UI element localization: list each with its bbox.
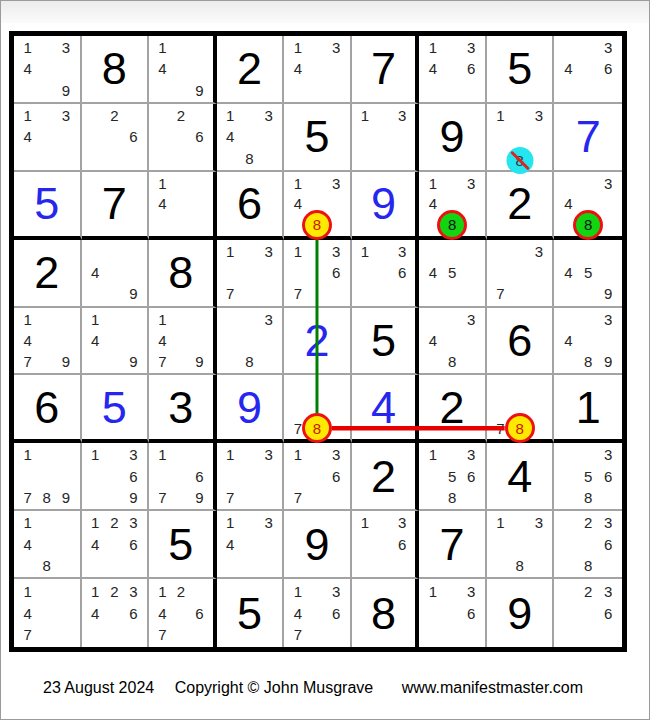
candidate-6: 6 [393,534,412,555]
pencil-marks: 12346 [86,512,144,576]
solved-digit: 4 [352,375,416,439]
candidate-6: 6 [327,602,346,624]
candidate-8-green-circle: 8 [573,210,603,240]
candidate-4: 4 [221,126,240,147]
candidate-4: 4 [18,58,37,79]
pencil-marks: 3568 [558,444,618,508]
candidate-1: 1 [86,444,105,465]
cell-r4c8[interactable]: 37 [487,240,555,308]
candidate-1: 1 [153,173,172,194]
candidate-6: 6 [190,602,209,624]
pencil-marks: 13467 [288,580,346,646]
candidate-4: 4 [423,58,442,79]
candidate-1: 1 [491,105,510,126]
cell-r6c7[interactable]: 2 [419,375,487,443]
given-digit: 8 [352,579,416,647]
cell-r1c6[interactable]: 7 [352,36,420,104]
cell-r6c5[interactable]: 78 [284,375,352,443]
candidate-7: 7 [153,351,172,372]
candidate-6: 6 [327,262,346,283]
candidate-6: 6 [124,126,143,147]
cell-r3c6[interactable]: 9 [352,172,420,240]
cell-r9c3[interactable]: 12467 [149,579,217,647]
given-digit: 6 [217,172,283,236]
cell-r3c1[interactable]: 5 [14,172,82,240]
cell-r5c8[interactable]: 6 [487,308,555,376]
given-digit: 7 [82,172,148,236]
cell-r3c5[interactable]: 1348 [284,172,352,240]
cell-r7c6[interactable]: 2 [352,443,420,511]
pencil-marks: 26 [86,105,144,169]
candidate-3: 3 [124,580,143,602]
given-digit: 2 [419,375,485,439]
candidate-3: 3 [56,37,75,58]
candidate-1: 1 [356,512,375,533]
candidate-8: 8 [240,351,259,372]
given-digit: 5 [487,36,553,102]
pencil-marks: 49 [86,241,144,305]
cell-r4c3[interactable]: 8 [149,240,217,308]
candidate-3: 3 [598,173,618,194]
candidate-3: 3 [259,309,278,330]
candidate-6: 6 [124,466,143,487]
candidate-4: 4 [153,193,172,214]
pencil-marks: 38 [221,309,279,373]
pencil-marks: 12346 [86,580,144,646]
candidate-4: 4 [18,534,37,555]
given-digit: 9 [487,579,553,647]
candidate-3: 3 [327,444,346,465]
candidate-8: 8 [240,147,259,168]
cell-r3c9[interactable]: 348 [554,172,622,240]
candidate-2: 2 [105,580,124,602]
candidate-1: 1 [221,241,240,262]
given-digit: 6 [14,375,80,439]
cell-r7c2[interactable]: 1369 [82,443,150,511]
pencil-marks: 13 [356,105,412,169]
candidate-7: 7 [153,624,172,646]
pencil-marks: 37 [491,241,549,305]
candidate-7: 7 [18,351,37,372]
cell-r5c7[interactable]: 348 [419,308,487,376]
pencil-marks: 149 [86,309,144,373]
candidate-2: 2 [105,512,124,533]
cell-r3c2[interactable]: 7 [82,172,150,240]
cell-r2c1[interactable]: 134 [14,104,82,172]
candidate-7: 7 [288,624,307,646]
candidate-4: 4 [86,262,105,283]
cell-r1c1[interactable]: 1349 [14,36,82,104]
cell-r8c5[interactable]: 9 [284,511,352,579]
candidate-5: 5 [443,466,462,487]
candidate-8: 8 [578,555,598,576]
candidate-3: 3 [393,512,412,533]
candidate-1: 1 [153,309,172,330]
candidate-1: 1 [288,37,307,58]
cell-r5c3[interactable]: 1479 [149,308,217,376]
pencil-marks: 26 [153,105,209,169]
candidate-3: 3 [598,580,618,602]
pencil-marks: 348 [423,309,481,373]
solved-digit: 9 [217,375,283,439]
cell-r5c9[interactable]: 3489 [554,308,622,376]
candidate-6: 6 [598,602,618,624]
candidate-9: 9 [56,351,75,372]
candidate-3: 3 [462,37,481,58]
cell-r6c8[interactable]: 78 [487,375,555,443]
sudoku-board: 1349814921347134653461342626134851391387… [9,31,627,652]
pencil-marks: 134 [288,37,346,101]
candidate-8: 8 [37,555,56,576]
cell-r9c8[interactable]: 9 [487,579,555,647]
given-digit: 5 [352,308,416,374]
candidate-8-yellow-circle: 8 [302,413,332,443]
candidate-9: 9 [56,487,75,508]
cell-r7c4[interactable]: 137 [217,443,285,511]
cell-r2c7[interactable]: 9 [419,104,487,172]
candidate-2: 2 [172,105,191,126]
candidate-6: 6 [190,466,209,487]
candidate-1: 1 [423,173,442,194]
candidate-1: 1 [356,241,375,262]
candidate-1: 1 [18,580,37,602]
candidate-3: 3 [327,173,346,194]
cell-r2c2[interactable]: 26 [82,104,150,172]
candidate-1: 1 [491,512,510,533]
given-digit: 5 [149,511,213,577]
candidate-7: 7 [18,624,37,646]
pencil-marks: 236 [558,580,618,646]
pencil-marks: 1348 [221,105,279,169]
candidate-3: 3 [259,105,278,126]
pencil-marks: 45 [423,241,481,305]
candidate-4: 4 [18,126,37,147]
cell-r9c5[interactable]: 13467 [284,579,352,647]
candidate-3: 3 [462,580,481,602]
cell-r9c6[interactable]: 8 [352,579,420,647]
given-digit: 7 [352,36,416,102]
elimination-strike-icon [510,150,530,170]
candidate-4: 4 [558,330,578,351]
candidate-4: 4 [288,58,307,79]
candidate-8: 8 [443,487,462,508]
candidate-1: 1 [18,444,37,465]
candidate-7: 7 [491,283,510,304]
candidate-9: 9 [56,80,75,101]
cell-r6c6[interactable]: 4 [352,375,420,443]
candidate-4: 4 [18,602,37,624]
cell-r6c4[interactable]: 9 [217,375,285,443]
cell-r1c9[interactable]: 346 [554,36,622,104]
footer-date: 23 August 2024 [43,679,154,696]
candidate-4: 4 [153,58,172,79]
given-digit: 1 [554,375,622,439]
cell-r5c6[interactable]: 5 [352,308,420,376]
cell-r5c1[interactable]: 1479 [14,308,82,376]
candidate-1: 1 [18,37,37,58]
cell-r4c9[interactable]: 459 [554,240,622,308]
candidate-3: 3 [393,241,412,262]
candidate-4: 4 [558,58,578,79]
cell-r5c5[interactable]: 2 [284,308,352,376]
given-digit: 2 [487,172,553,236]
candidate-3: 3 [598,309,618,330]
cell-r2c6[interactable]: 13 [352,104,420,172]
candidate-1: 1 [423,37,442,58]
cell-r4c2[interactable]: 49 [82,240,150,308]
candidate-6: 6 [393,262,412,283]
candidate-2: 2 [172,580,191,602]
cell-r4c6[interactable]: 136 [352,240,420,308]
candidate-6: 6 [124,534,143,555]
candidate-7: 7 [288,487,307,508]
cell-r7c9[interactable]: 3568 [554,443,622,511]
candidate-8-cyan-circle: 8 [506,147,533,174]
cell-r8c1[interactable]: 148 [14,511,82,579]
candidate-6: 6 [598,466,618,487]
candidate-1: 1 [356,105,375,126]
candidate-6: 6 [462,602,481,624]
pencil-marks: 136 [356,512,412,576]
candidate-3: 3 [598,444,618,465]
pencil-marks: 134 [221,512,279,576]
candidate-4: 4 [153,602,172,624]
cell-r5c4[interactable]: 38 [217,308,285,376]
footer-copyright: Copyright © John Musgrave [175,679,374,696]
candidate-8-yellow-circle: 8 [302,210,332,240]
solved-digit: 5 [82,375,148,439]
app-window: 1349814921347134653461342626134851391387… [0,0,650,720]
candidate-1: 1 [288,241,307,262]
candidate-3: 3 [529,241,548,262]
candidate-9: 9 [124,351,143,372]
cell-r9c9[interactable]: 236 [554,579,622,647]
cell-r9c7[interactable]: 136 [419,579,487,647]
candidate-9: 9 [598,283,618,304]
candidate-4: 4 [423,330,442,351]
pencil-marks: 1789 [18,444,76,508]
candidate-3: 3 [124,444,143,465]
candidate-4: 4 [288,193,307,214]
cell-r7c8[interactable]: 4 [487,443,555,511]
candidate-7: 7 [153,487,172,508]
pencil-marks: 147 [18,580,76,646]
given-digit: 5 [284,104,350,170]
candidate-1: 1 [86,309,105,330]
cell-r6c3[interactable]: 3 [149,375,217,443]
candidate-9: 9 [124,283,143,304]
window-titlebar [1,1,649,23]
cell-r7c7[interactable]: 13568 [419,443,487,511]
candidate-2: 2 [578,512,598,533]
candidate-1: 1 [221,105,240,126]
candidate-8-yellow-circle: 8 [505,413,535,443]
given-digit: 2 [14,240,80,306]
cell-r8c6[interactable]: 136 [352,511,420,579]
candidate-3: 3 [259,241,278,262]
cell-r2c3[interactable]: 26 [149,104,217,172]
given-digit: 2 [352,443,416,509]
candidate-3: 3 [259,512,278,533]
candidate-6: 6 [124,602,143,624]
cell-r2c8[interactable]: 138 [487,104,555,172]
cell-r4c1[interactable]: 2 [14,240,82,308]
pencil-marks: 14 [153,173,209,235]
candidate-4: 4 [86,602,105,624]
candidate-7: 7 [18,487,37,508]
footer-url: www.manifestmaster.com [402,679,583,696]
candidate-1: 1 [18,309,37,330]
candidate-1: 1 [153,444,172,465]
given-digit: 9 [284,511,350,577]
cell-r1c3[interactable]: 149 [149,36,217,104]
candidate-1: 1 [86,512,105,533]
candidate-3: 3 [529,512,548,533]
given-digit: 4 [487,443,553,509]
cell-r8c3[interactable]: 5 [149,511,217,579]
candidate-2: 2 [578,580,598,602]
cell-r8c2[interactable]: 12346 [82,511,150,579]
candidate-1: 1 [86,580,105,602]
cell-r8c8[interactable]: 138 [487,511,555,579]
candidate-3: 3 [529,105,548,126]
cell-r1c4[interactable]: 2 [217,36,285,104]
pencil-marks: 459 [558,241,618,305]
given-digit: 3 [149,375,213,439]
given-digit: 5 [217,579,283,647]
candidate-6: 6 [327,466,346,487]
pencil-marks: 346 [558,37,618,101]
candidate-6: 6 [462,58,481,79]
candidate-9: 9 [598,351,618,372]
candidate-9: 9 [190,80,209,101]
candidate-4: 4 [86,534,105,555]
given-digit: 7 [419,511,485,577]
candidate-1: 1 [288,173,307,194]
candidate-6: 6 [462,466,481,487]
cell-r1c5[interactable]: 134 [284,36,352,104]
cell-r6c2[interactable]: 5 [82,375,150,443]
candidate-8: 8 [443,351,462,372]
candidate-9: 9 [190,351,209,372]
candidate-3: 3 [462,309,481,330]
candidate-8-green-circle: 8 [437,210,467,240]
cell-r2c5[interactable]: 5 [284,104,352,172]
cell-r4c5[interactable]: 1367 [284,240,352,308]
cell-r7c5[interactable]: 1367 [284,443,352,511]
candidate-8: 8 [37,487,56,508]
candidate-3: 3 [462,444,481,465]
candidate-3: 3 [327,37,346,58]
candidate-1: 1 [423,444,442,465]
candidate-3: 3 [327,241,346,262]
cell-r6c9[interactable]: 1 [554,375,622,443]
cell-r3c8[interactable]: 2 [487,172,555,240]
candidate-1: 1 [153,37,172,58]
cell-r8c7[interactable]: 7 [419,511,487,579]
pencil-marks: 1369 [86,444,144,508]
pencil-marks: 148 [18,512,76,576]
pencil-marks: 136 [356,241,412,305]
solved-digit: 5 [14,172,80,236]
pencil-marks: 1479 [153,309,209,373]
candidate-3: 3 [259,444,278,465]
solved-digit: 9 [352,172,416,236]
candidate-9: 9 [124,487,143,508]
cell-r1c8[interactable]: 5 [487,36,555,104]
cell-r2c9[interactable]: 7 [554,104,622,172]
cell-r7c1[interactable]: 1789 [14,443,82,511]
pencil-marks: 13568 [423,444,481,508]
given-digit: 8 [82,36,148,102]
candidate-4: 4 [558,262,578,283]
cell-r9c1[interactable]: 147 [14,579,82,647]
candidate-3: 3 [327,580,346,602]
cell-r4c7[interactable]: 45 [419,240,487,308]
candidate-1: 1 [288,444,307,465]
cell-r8c9[interactable]: 2368 [554,511,622,579]
candidate-1: 1 [221,444,240,465]
given-digit: 2 [217,36,283,102]
cell-r1c7[interactable]: 1346 [419,36,487,104]
cell-r9c2[interactable]: 12346 [82,579,150,647]
candidate-3: 3 [598,512,618,533]
candidate-1: 1 [18,512,37,533]
candidate-4: 4 [86,330,105,351]
candidate-4: 4 [423,193,442,214]
candidate-7: 7 [221,283,240,304]
candidate-4: 4 [288,602,307,624]
candidate-5: 5 [578,262,598,283]
candidate-7: 7 [288,283,307,304]
cell-r6c1[interactable]: 6 [14,375,82,443]
cell-r3c3[interactable]: 14 [149,172,217,240]
pencil-marks: 1346 [423,37,481,101]
cell-r9c4[interactable]: 5 [217,579,285,647]
pencil-marks: 1367 [288,241,346,305]
candidate-3: 3 [56,105,75,126]
given-digit: 6 [487,308,553,374]
given-digit: 8 [149,240,213,306]
cell-r2c4[interactable]: 1348 [217,104,285,172]
candidate-6: 6 [598,58,618,79]
cell-r3c4[interactable]: 6 [217,172,285,240]
candidate-3: 3 [598,37,618,58]
solved-digit: 2 [284,308,350,374]
candidate-5: 5 [578,466,598,487]
candidate-1: 1 [221,512,240,533]
pencil-marks: 137 [221,444,279,508]
pencil-marks: 1367 [288,444,346,508]
candidate-8: 8 [578,351,598,372]
cell-r4c4[interactable]: 137 [217,240,285,308]
solved-digit: 7 [554,104,622,170]
cell-r1c2[interactable]: 8 [82,36,150,104]
cell-r5c2[interactable]: 149 [82,308,150,376]
cell-r7c3[interactable]: 1679 [149,443,217,511]
pencil-marks: 138 [491,512,549,576]
candidate-4: 4 [423,262,442,283]
pencil-marks: 149 [153,37,209,101]
cell-r8c4[interactable]: 134 [217,511,285,579]
pencil-marks: 134 [18,105,76,169]
footer: 23 August 2024 Copyright © John Musgrave… [43,679,583,697]
pencil-marks: 136 [423,580,481,646]
candidate-1: 1 [153,580,172,602]
pencil-marks: 12467 [153,580,209,646]
cell-r3c7[interactable]: 1348 [419,172,487,240]
candidate-8: 8 [510,555,529,576]
